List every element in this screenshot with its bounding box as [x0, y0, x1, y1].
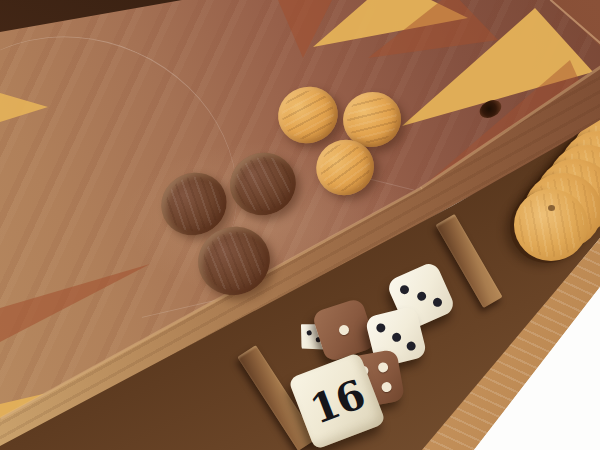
backgammon-case-photo: 16 [0, 0, 600, 450]
die-pip [391, 332, 402, 343]
die-pip [306, 330, 312, 336]
checker-dark-1 [223, 145, 303, 222]
die-pip [398, 283, 410, 295]
die-pip [378, 361, 390, 373]
die-pip [375, 322, 386, 333]
die-pip [432, 297, 444, 309]
die-pip [381, 382, 393, 394]
doubling-cube-value: 16 [304, 369, 371, 432]
checker-tan-1 [271, 79, 345, 151]
die-pip [406, 341, 417, 352]
die-pip [338, 324, 351, 337]
die-pip [415, 290, 427, 302]
